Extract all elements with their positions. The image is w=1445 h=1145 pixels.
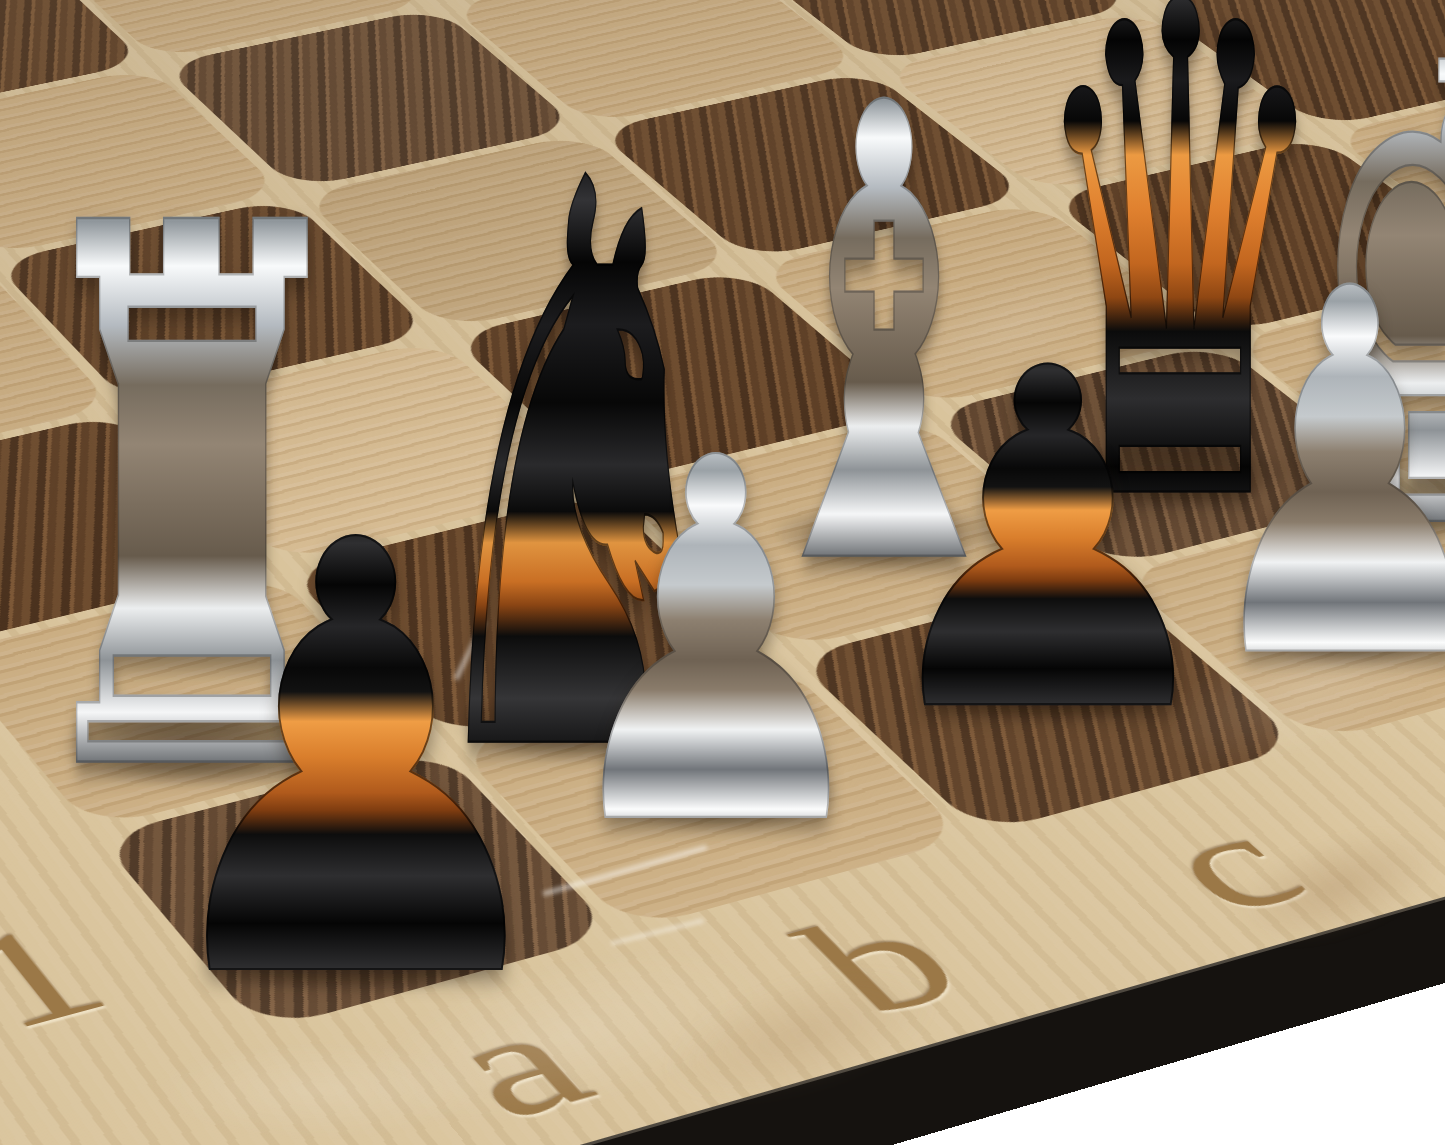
pawn-glyph: ♟ bbox=[547, 396, 884, 894]
pawn-glyph: ♟ bbox=[861, 310, 1236, 776]
pawn-glyph: ♟ bbox=[133, 466, 578, 1060]
chessboard-photo-scene: abcdefgh12345678 ♜♟♞♟♝♟♛♟♚ bbox=[0, 0, 1445, 1145]
